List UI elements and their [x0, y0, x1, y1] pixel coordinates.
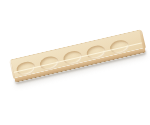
wooden-tray-board	[10, 29, 146, 83]
product-photo-scene	[0, 0, 150, 125]
